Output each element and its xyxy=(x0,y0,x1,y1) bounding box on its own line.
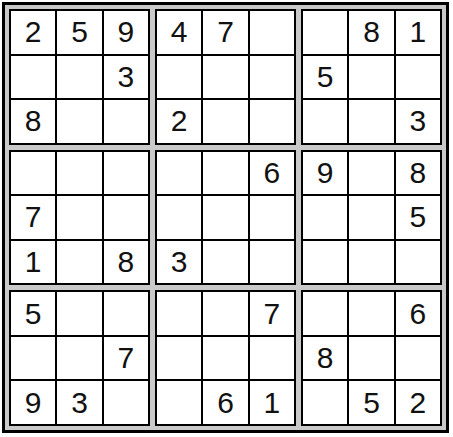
cell-r9c8[interactable]: 5 xyxy=(349,381,393,424)
cell-r4c3[interactable] xyxy=(104,152,148,195)
cell-r1c2[interactable]: 5 xyxy=(57,11,101,54)
cell-r5c4[interactable] xyxy=(157,196,201,239)
cell-r3c3[interactable] xyxy=(104,100,148,143)
cell-r9c1[interactable]: 9 xyxy=(11,381,55,424)
cell-r4c2[interactable] xyxy=(57,152,101,195)
cell-r5c8[interactable] xyxy=(349,196,393,239)
cell-r1c6[interactable] xyxy=(250,11,294,54)
cell-r9c4[interactable] xyxy=(157,381,201,424)
cell-r6c2[interactable] xyxy=(57,241,101,284)
cell-r1c4[interactable]: 4 xyxy=(157,11,201,54)
cell-r3c1[interactable]: 8 xyxy=(11,100,55,143)
cell-r8c9[interactable] xyxy=(396,337,440,380)
sudoku-board: 2593847281537186398557937616852 xyxy=(2,2,449,433)
cell-r6c3[interactable]: 8 xyxy=(104,241,148,284)
cell-r2c1[interactable] xyxy=(11,56,55,99)
cell-r6c6[interactable] xyxy=(250,241,294,284)
cell-r8c8[interactable] xyxy=(349,337,393,380)
cell-r7c8[interactable] xyxy=(349,292,393,335)
cell-r8c6[interactable] xyxy=(250,337,294,380)
cell-r1c8[interactable]: 8 xyxy=(349,11,393,54)
cell-r8c4[interactable] xyxy=(157,337,201,380)
cell-r2c4[interactable] xyxy=(157,56,201,99)
cell-r5c7[interactable] xyxy=(303,196,347,239)
cell-r8c7[interactable]: 8 xyxy=(303,337,347,380)
cell-r7c2[interactable] xyxy=(57,292,101,335)
cell-r9c6[interactable]: 1 xyxy=(250,381,294,424)
cell-r4c5[interactable] xyxy=(203,152,247,195)
cell-r5c2[interactable] xyxy=(57,196,101,239)
cell-r3c7[interactable] xyxy=(303,100,347,143)
cell-r3c4[interactable]: 2 xyxy=(157,100,201,143)
cell-r1c9[interactable]: 1 xyxy=(396,11,440,54)
cell-r8c3[interactable]: 7 xyxy=(104,337,148,380)
cell-r4c9[interactable]: 8 xyxy=(396,152,440,195)
cell-r9c5[interactable]: 6 xyxy=(203,381,247,424)
cell-r3c6[interactable] xyxy=(250,100,294,143)
cell-r1c7[interactable] xyxy=(303,11,347,54)
cell-r6c9[interactable] xyxy=(396,241,440,284)
cell-r5c9[interactable]: 5 xyxy=(396,196,440,239)
cell-r4c8[interactable] xyxy=(349,152,393,195)
cell-r7c1[interactable]: 5 xyxy=(11,292,55,335)
cell-r9c2[interactable]: 3 xyxy=(57,381,101,424)
cell-r7c7[interactable] xyxy=(303,292,347,335)
cell-r3c9[interactable]: 3 xyxy=(396,100,440,143)
cell-r9c7[interactable] xyxy=(303,381,347,424)
cell-r3c5[interactable] xyxy=(203,100,247,143)
cell-r3c8[interactable] xyxy=(349,100,393,143)
cell-r1c3[interactable]: 9 xyxy=(104,11,148,54)
cell-r6c7[interactable] xyxy=(303,241,347,284)
box-r2c1: 718 xyxy=(9,150,150,286)
box-r2c2: 63 xyxy=(155,150,296,286)
cell-r5c5[interactable] xyxy=(203,196,247,239)
box-r1c2: 472 xyxy=(155,9,296,145)
cell-r6c4[interactable]: 3 xyxy=(157,241,201,284)
box-r3c3: 6852 xyxy=(301,290,442,426)
cell-r9c9[interactable]: 2 xyxy=(396,381,440,424)
cell-r2c2[interactable] xyxy=(57,56,101,99)
cell-r4c4[interactable] xyxy=(157,152,201,195)
cell-r2c5[interactable] xyxy=(203,56,247,99)
cell-r4c7[interactable]: 9 xyxy=(303,152,347,195)
cell-r2c8[interactable] xyxy=(349,56,393,99)
cell-r8c5[interactable] xyxy=(203,337,247,380)
cell-r2c6[interactable] xyxy=(250,56,294,99)
cell-r5c1[interactable]: 7 xyxy=(11,196,55,239)
cell-r2c9[interactable] xyxy=(396,56,440,99)
cell-r7c6[interactable]: 7 xyxy=(250,292,294,335)
box-r2c3: 985 xyxy=(301,150,442,286)
box-r1c1: 25938 xyxy=(9,9,150,145)
cell-r9c3[interactable] xyxy=(104,381,148,424)
cell-r8c1[interactable] xyxy=(11,337,55,380)
cell-r7c4[interactable] xyxy=(157,292,201,335)
cell-r7c5[interactable] xyxy=(203,292,247,335)
cell-r5c3[interactable] xyxy=(104,196,148,239)
box-r3c1: 5793 xyxy=(9,290,150,426)
cell-r6c8[interactable] xyxy=(349,241,393,284)
box-r3c2: 761 xyxy=(155,290,296,426)
cell-r2c7[interactable]: 5 xyxy=(303,56,347,99)
cell-r8c2[interactable] xyxy=(57,337,101,380)
cell-r3c2[interactable] xyxy=(57,100,101,143)
cell-r7c3[interactable] xyxy=(104,292,148,335)
cell-r1c1[interactable]: 2 xyxy=(11,11,55,54)
cell-r7c9[interactable]: 6 xyxy=(396,292,440,335)
cell-r4c1[interactable] xyxy=(11,152,55,195)
cell-r1c5[interactable]: 7 xyxy=(203,11,247,54)
cell-r5c6[interactable] xyxy=(250,196,294,239)
cell-r4c6[interactable]: 6 xyxy=(250,152,294,195)
cell-r6c1[interactable]: 1 xyxy=(11,241,55,284)
cell-r6c5[interactable] xyxy=(203,241,247,284)
box-r1c3: 8153 xyxy=(301,9,442,145)
cell-r2c3[interactable]: 3 xyxy=(104,56,148,99)
